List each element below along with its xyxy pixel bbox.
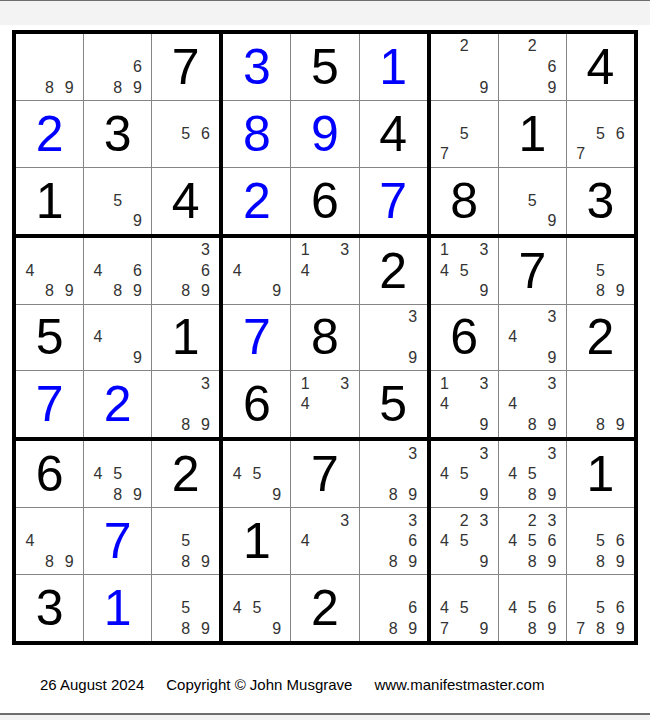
candidate-digit: 6 bbox=[610, 124, 630, 145]
cell-r4c4[interactable]: 49 bbox=[223, 238, 290, 304]
candidate-digit: 6 bbox=[128, 57, 148, 78]
pencil-marks: 13459 bbox=[435, 240, 494, 302]
given-digit: 6 bbox=[16, 441, 83, 507]
candidate-digit: 5 bbox=[522, 531, 542, 552]
candidate-digit: 9 bbox=[128, 348, 148, 369]
cell-r8c8[interactable]: 2345689 bbox=[499, 508, 566, 574]
pencil-marks: 459 bbox=[227, 577, 286, 639]
footer-website[interactable]: www.manifestmaster.com bbox=[374, 676, 544, 693]
box-6: 134597589634921349348989 bbox=[431, 238, 634, 438]
pencil-marks: 3459 bbox=[435, 443, 494, 505]
cell-r3c3[interactable]: 4 bbox=[152, 168, 219, 234]
pencil-marks: 4579 bbox=[435, 577, 494, 639]
given-digit: 1 bbox=[499, 101, 566, 167]
cell-r1c7[interactable]: 29 bbox=[431, 34, 498, 100]
cell-r3c9[interactable]: 3 bbox=[567, 168, 634, 234]
solved-digit: 7 bbox=[84, 508, 151, 574]
candidate-digit: 5 bbox=[176, 124, 196, 145]
candidate-digit: 4 bbox=[503, 531, 523, 552]
cell-r4c7[interactable]: 13459 bbox=[431, 238, 498, 304]
given-digit: 6 bbox=[291, 168, 358, 234]
candidate-digit: 9 bbox=[128, 281, 148, 302]
pencil-marks: 459 bbox=[227, 443, 286, 505]
given-digit: 5 bbox=[291, 34, 358, 100]
candidate-digit: 4 bbox=[295, 531, 315, 552]
candidate-digit: 6 bbox=[542, 598, 562, 619]
candidate-digit: 9 bbox=[403, 348, 423, 369]
box-7: 645892489758931589 bbox=[16, 441, 219, 641]
candidate-digit: 4 bbox=[503, 394, 523, 415]
candidate-digit: 8 bbox=[108, 485, 128, 506]
cell-r9c3[interactable]: 589 bbox=[152, 575, 219, 641]
cell-r9c7[interactable]: 4579 bbox=[431, 575, 498, 641]
candidate-digit: 8 bbox=[383, 485, 403, 506]
box-2: 351894267 bbox=[223, 34, 426, 234]
candidate-digit: 9 bbox=[474, 281, 494, 302]
candidate-digit: 9 bbox=[610, 618, 630, 639]
candidate-digit: 9 bbox=[474, 415, 494, 436]
candidate-digit: 9 bbox=[542, 415, 562, 436]
cell-r2c3[interactable]: 56 bbox=[152, 101, 219, 167]
pencil-marks: 2345689 bbox=[503, 510, 562, 572]
solved-digit: 1 bbox=[84, 575, 151, 641]
cell-r8c1[interactable]: 489 bbox=[16, 508, 83, 574]
cell-r5c9[interactable]: 2 bbox=[567, 305, 634, 371]
pencil-marks: 389 bbox=[156, 373, 215, 435]
solved-digit: 8 bbox=[223, 101, 290, 167]
candidate-digit: 4 bbox=[88, 260, 108, 281]
cell-r9c1[interactable]: 3 bbox=[16, 575, 83, 641]
footer: 26 August 2024 Copyright © John Musgrave… bbox=[40, 671, 610, 697]
candidate-digit: 4 bbox=[295, 260, 315, 281]
pencil-marks: 269 bbox=[503, 36, 562, 98]
cell-r7c3[interactable]: 2 bbox=[152, 441, 219, 507]
cell-r8c9[interactable]: 5689 bbox=[567, 508, 634, 574]
cell-r5c1[interactable]: 5 bbox=[16, 305, 83, 371]
cell-r8c3[interactable]: 589 bbox=[152, 508, 219, 574]
pencil-marks: 589 bbox=[156, 577, 215, 639]
cell-r5c7[interactable]: 6 bbox=[431, 305, 498, 371]
cell-r1c4[interactable]: 3 bbox=[223, 34, 290, 100]
cell-r4c5[interactable]: 134 bbox=[291, 238, 358, 304]
sudoku-board: 8968972356159435189426729269457156785934… bbox=[12, 30, 638, 645]
given-digit: 7 bbox=[152, 34, 219, 100]
candidate-digit: 6 bbox=[196, 124, 216, 145]
candidate-digit: 9 bbox=[267, 485, 287, 506]
cell-r8c2[interactable]: 7 bbox=[84, 508, 151, 574]
candidate-digit: 7 bbox=[435, 618, 455, 639]
pencil-marks: 56 bbox=[156, 103, 215, 165]
solved-digit: 9 bbox=[291, 101, 358, 167]
candidate-digit: 9 bbox=[474, 77, 494, 98]
box-5: 491342783961345 bbox=[223, 238, 426, 438]
cell-r6c1[interactable]: 7 bbox=[16, 371, 83, 437]
cell-r8c7[interactable]: 23459 bbox=[431, 508, 498, 574]
candidate-digit: 3 bbox=[474, 240, 494, 261]
cell-r5c5[interactable]: 8 bbox=[291, 305, 358, 371]
cell-r6c6[interactable]: 5 bbox=[360, 371, 427, 437]
cell-r9c5[interactable]: 2 bbox=[291, 575, 358, 641]
pencil-marks: 59 bbox=[503, 170, 562, 232]
candidate-digit: 9 bbox=[128, 211, 148, 232]
candidate-digit: 9 bbox=[128, 485, 148, 506]
given-digit: 2 bbox=[291, 575, 358, 641]
candidate-digit: 9 bbox=[474, 618, 494, 639]
candidate-digit: 9 bbox=[403, 618, 423, 639]
candidate-digit: 8 bbox=[108, 77, 128, 98]
given-digit: 3 bbox=[16, 575, 83, 641]
solved-digit: 7 bbox=[16, 371, 83, 437]
candidate-digit: 4 bbox=[435, 598, 455, 619]
candidate-digit: 2 bbox=[522, 36, 542, 57]
candidate-digit: 5 bbox=[454, 531, 474, 552]
cell-r7c7[interactable]: 3459 bbox=[431, 441, 498, 507]
pencil-marks: 349 bbox=[503, 307, 562, 369]
cell-r5c4[interactable]: 7 bbox=[223, 305, 290, 371]
cell-r6c3[interactable]: 389 bbox=[152, 371, 219, 437]
pencil-marks: 689 bbox=[364, 577, 423, 639]
cell-r4c3[interactable]: 3689 bbox=[152, 238, 219, 304]
pencil-marks: 4589 bbox=[88, 443, 147, 505]
candidate-digit: 5 bbox=[454, 598, 474, 619]
candidate-digit: 9 bbox=[267, 618, 287, 639]
box-8: 459738913436894592689 bbox=[223, 441, 426, 641]
candidate-digit: 4 bbox=[503, 327, 523, 348]
candidate-digit: 6 bbox=[542, 531, 562, 552]
candidate-digit: 6 bbox=[196, 260, 216, 281]
page-bottom-margin bbox=[0, 713, 650, 720]
candidate-digit: 9 bbox=[610, 281, 630, 302]
pencil-marks: 29 bbox=[435, 36, 494, 98]
candidate-digit: 3 bbox=[403, 443, 423, 464]
candidate-digit: 9 bbox=[196, 281, 216, 302]
cell-r4c1[interactable]: 489 bbox=[16, 238, 83, 304]
candidate-digit: 8 bbox=[40, 551, 60, 572]
candidate-digit: 8 bbox=[176, 281, 196, 302]
given-digit: 4 bbox=[567, 34, 634, 100]
candidate-digit: 5 bbox=[591, 531, 611, 552]
cell-r3c4[interactable]: 2 bbox=[223, 168, 290, 234]
cell-r5c6[interactable]: 39 bbox=[360, 305, 427, 371]
candidate-digit: 8 bbox=[108, 281, 128, 302]
candidate-digit: 9 bbox=[610, 415, 630, 436]
cell-r1c3[interactable]: 7 bbox=[152, 34, 219, 100]
candidate-digit: 9 bbox=[403, 485, 423, 506]
cell-r2c1[interactable]: 2 bbox=[16, 101, 83, 167]
candidate-digit: 8 bbox=[176, 551, 196, 572]
solved-digit: 2 bbox=[16, 101, 83, 167]
candidate-digit: 3 bbox=[335, 510, 355, 531]
candidate-digit: 3 bbox=[403, 510, 423, 531]
cell-r6c2[interactable]: 2 bbox=[84, 371, 151, 437]
cell-r2c7[interactable]: 57 bbox=[431, 101, 498, 167]
given-digit: 1 bbox=[567, 441, 634, 507]
cell-r2c2[interactable]: 3 bbox=[84, 101, 151, 167]
given-digit: 2 bbox=[360, 238, 427, 304]
candidate-digit: 3 bbox=[335, 240, 355, 261]
candidate-digit: 4 bbox=[295, 394, 315, 415]
pencil-marks: 49 bbox=[88, 307, 147, 369]
pencil-marks: 134 bbox=[295, 373, 354, 435]
cell-r3c7[interactable]: 8 bbox=[431, 168, 498, 234]
given-digit: 3 bbox=[84, 101, 151, 167]
pencil-marks: 3489 bbox=[503, 373, 562, 435]
candidate-digit: 4 bbox=[227, 464, 247, 485]
candidate-digit: 9 bbox=[196, 415, 216, 436]
cell-r8c5[interactable]: 34 bbox=[291, 508, 358, 574]
given-digit: 6 bbox=[223, 371, 290, 437]
solved-digit: 3 bbox=[223, 34, 290, 100]
candidate-digit: 9 bbox=[474, 551, 494, 572]
cell-r9c9[interactable]: 56789 bbox=[567, 575, 634, 641]
candidate-digit: 5 bbox=[454, 260, 474, 281]
candidate-digit: 1 bbox=[435, 240, 455, 261]
candidate-digit: 8 bbox=[591, 551, 611, 572]
cell-r9c6[interactable]: 689 bbox=[360, 575, 427, 641]
cell-r2c8[interactable]: 1 bbox=[499, 101, 566, 167]
candidate-digit: 4 bbox=[435, 531, 455, 552]
candidate-digit: 8 bbox=[176, 618, 196, 639]
candidate-digit: 5 bbox=[522, 464, 542, 485]
pencil-marks: 23459 bbox=[435, 510, 494, 572]
candidate-digit: 5 bbox=[454, 464, 474, 485]
candidate-digit: 4 bbox=[503, 464, 523, 485]
cell-r4c2[interactable]: 4689 bbox=[84, 238, 151, 304]
cell-r1c9[interactable]: 4 bbox=[567, 34, 634, 100]
box-4: 48946893689549172389 bbox=[16, 238, 219, 438]
candidate-digit: 3 bbox=[335, 373, 355, 394]
candidate-digit: 3 bbox=[542, 373, 562, 394]
cell-r3c5[interactable]: 6 bbox=[291, 168, 358, 234]
candidate-digit: 2 bbox=[522, 510, 542, 531]
candidate-digit: 8 bbox=[522, 415, 542, 436]
pencil-marks: 56789 bbox=[571, 577, 630, 639]
candidate-digit: 9 bbox=[196, 618, 216, 639]
cell-r1c1[interactable]: 89 bbox=[16, 34, 83, 100]
given-digit: 5 bbox=[360, 371, 427, 437]
candidate-digit: 9 bbox=[542, 77, 562, 98]
candidate-digit: 8 bbox=[522, 551, 542, 572]
candidate-digit: 3 bbox=[474, 443, 494, 464]
candidate-digit: 5 bbox=[247, 464, 267, 485]
candidate-digit: 5 bbox=[176, 531, 196, 552]
candidate-digit: 8 bbox=[383, 618, 403, 639]
candidate-digit: 9 bbox=[267, 281, 287, 302]
pencil-marks: 3689 bbox=[156, 240, 215, 302]
candidate-digit: 4 bbox=[435, 394, 455, 415]
candidate-digit: 5 bbox=[454, 124, 474, 145]
candidate-digit: 1 bbox=[295, 373, 315, 394]
candidate-digit: 3 bbox=[474, 373, 494, 394]
candidate-digit: 8 bbox=[40, 281, 60, 302]
given-digit: 1 bbox=[16, 168, 83, 234]
cell-r2c5[interactable]: 9 bbox=[291, 101, 358, 167]
candidate-digit: 3 bbox=[196, 373, 216, 394]
pencil-marks: 34589 bbox=[503, 443, 562, 505]
given-digit: 1 bbox=[223, 508, 290, 574]
candidate-digit: 8 bbox=[40, 77, 60, 98]
candidate-digit: 3 bbox=[403, 307, 423, 328]
pencil-marks: 389 bbox=[364, 443, 423, 505]
cell-r4c9[interactable]: 589 bbox=[567, 238, 634, 304]
candidate-digit: 4 bbox=[435, 464, 455, 485]
cell-r4c8[interactable]: 7 bbox=[499, 238, 566, 304]
cell-r5c3[interactable]: 1 bbox=[152, 305, 219, 371]
candidate-digit: 3 bbox=[474, 510, 494, 531]
cell-r2c6[interactable]: 4 bbox=[360, 101, 427, 167]
candidate-digit: 8 bbox=[591, 281, 611, 302]
candidate-digit: 6 bbox=[403, 598, 423, 619]
candidate-digit: 9 bbox=[542, 551, 562, 572]
solved-digit: 2 bbox=[84, 371, 151, 437]
cell-r1c6[interactable]: 1 bbox=[360, 34, 427, 100]
pencil-marks: 589 bbox=[156, 510, 215, 572]
footer-copyright: Copyright © John Musgrave bbox=[166, 676, 352, 693]
given-digit: 4 bbox=[152, 168, 219, 234]
given-digit: 1 bbox=[152, 305, 219, 371]
cell-r9c8[interactable]: 45689 bbox=[499, 575, 566, 641]
solved-digit: 7 bbox=[360, 168, 427, 234]
candidate-digit: 5 bbox=[522, 190, 542, 211]
candidate-digit: 3 bbox=[542, 510, 562, 531]
solved-digit: 7 bbox=[223, 305, 290, 371]
candidate-digit: 8 bbox=[591, 415, 611, 436]
candidate-digit: 4 bbox=[88, 464, 108, 485]
cell-r3c1[interactable]: 1 bbox=[16, 168, 83, 234]
candidate-digit: 9 bbox=[59, 551, 79, 572]
cell-r6c4[interactable]: 6 bbox=[223, 371, 290, 437]
box-1: 89689723561594 bbox=[16, 34, 219, 234]
candidate-digit: 6 bbox=[403, 531, 423, 552]
cell-r7c1[interactable]: 6 bbox=[16, 441, 83, 507]
cell-r6c9[interactable]: 89 bbox=[567, 371, 634, 437]
cell-r1c2[interactable]: 689 bbox=[84, 34, 151, 100]
candidate-digit: 8 bbox=[383, 551, 403, 572]
box-3: 2926945715678593 bbox=[431, 34, 634, 234]
candidate-digit: 5 bbox=[108, 190, 128, 211]
candidate-digit: 5 bbox=[591, 260, 611, 281]
pencil-marks: 89 bbox=[20, 36, 79, 98]
cell-r3c2[interactable]: 59 bbox=[84, 168, 151, 234]
given-digit: 4 bbox=[360, 101, 427, 167]
cell-r1c5[interactable]: 5 bbox=[291, 34, 358, 100]
pencil-marks: 5689 bbox=[571, 510, 630, 572]
candidate-digit: 1 bbox=[295, 240, 315, 261]
candidate-digit: 4 bbox=[20, 531, 40, 552]
candidate-digit: 4 bbox=[20, 260, 40, 281]
candidate-digit: 5 bbox=[176, 598, 196, 619]
pencil-marks: 59 bbox=[88, 170, 147, 232]
given-digit: 8 bbox=[291, 305, 358, 371]
candidate-digit: 9 bbox=[474, 485, 494, 506]
cell-r6c8[interactable]: 3489 bbox=[499, 371, 566, 437]
pencil-marks: 45689 bbox=[503, 577, 562, 639]
pencil-marks: 1349 bbox=[435, 373, 494, 435]
pencil-marks: 489 bbox=[20, 510, 79, 572]
candidate-digit: 9 bbox=[59, 281, 79, 302]
cell-r3c8[interactable]: 59 bbox=[499, 168, 566, 234]
cell-r9c2[interactable]: 1 bbox=[84, 575, 151, 641]
cell-r2c4[interactable]: 8 bbox=[223, 101, 290, 167]
given-digit: 5 bbox=[16, 305, 83, 371]
pencil-marks: 134 bbox=[295, 240, 354, 302]
candidate-digit: 2 bbox=[454, 510, 474, 531]
candidate-digit: 3 bbox=[542, 307, 562, 328]
pencil-marks: 34 bbox=[295, 510, 354, 572]
cell-r5c8[interactable]: 349 bbox=[499, 305, 566, 371]
candidate-digit: 9 bbox=[542, 348, 562, 369]
candidate-digit: 5 bbox=[591, 124, 611, 145]
candidate-digit: 8 bbox=[522, 618, 542, 639]
cell-r7c5[interactable]: 7 bbox=[291, 441, 358, 507]
cell-r7c9[interactable]: 1 bbox=[567, 441, 634, 507]
pencil-marks: 39 bbox=[364, 307, 423, 369]
candidate-digit: 5 bbox=[108, 464, 128, 485]
candidate-digit: 4 bbox=[435, 260, 455, 281]
given-digit: 7 bbox=[291, 441, 358, 507]
cell-r8c6[interactable]: 3689 bbox=[360, 508, 427, 574]
cell-r2c9[interactable]: 567 bbox=[567, 101, 634, 167]
candidate-digit: 6 bbox=[128, 260, 148, 281]
pencil-marks: 49 bbox=[227, 240, 286, 302]
pencil-marks: 589 bbox=[571, 240, 630, 302]
cell-r7c2[interactable]: 4589 bbox=[84, 441, 151, 507]
cell-r6c5[interactable]: 134 bbox=[291, 371, 358, 437]
page-top-margin bbox=[0, 0, 650, 25]
candidate-digit: 1 bbox=[435, 373, 455, 394]
given-digit: 2 bbox=[152, 441, 219, 507]
cell-r5c2[interactable]: 49 bbox=[84, 305, 151, 371]
candidate-digit: 9 bbox=[542, 211, 562, 232]
candidate-digit: 2 bbox=[454, 36, 474, 57]
candidate-digit: 7 bbox=[435, 144, 455, 165]
candidate-digit: 8 bbox=[176, 415, 196, 436]
pencil-marks: 689 bbox=[88, 36, 147, 98]
pencil-marks: 567 bbox=[571, 103, 630, 165]
cell-r4c6[interactable]: 2 bbox=[360, 238, 427, 304]
candidate-digit: 3 bbox=[542, 443, 562, 464]
candidate-digit: 8 bbox=[522, 485, 542, 506]
candidate-digit: 6 bbox=[610, 531, 630, 552]
cell-r6c7[interactable]: 1349 bbox=[431, 371, 498, 437]
cell-r3c6[interactable]: 7 bbox=[360, 168, 427, 234]
candidate-digit: 4 bbox=[227, 598, 247, 619]
candidate-digit: 8 bbox=[591, 618, 611, 639]
pencil-marks: 89 bbox=[571, 373, 630, 435]
pencil-marks: 4689 bbox=[88, 240, 147, 302]
candidate-digit: 6 bbox=[542, 57, 562, 78]
candidate-digit: 5 bbox=[247, 598, 267, 619]
cell-r8c4[interactable]: 1 bbox=[223, 508, 290, 574]
candidate-digit: 9 bbox=[196, 551, 216, 572]
pencil-marks: 3689 bbox=[364, 510, 423, 572]
candidate-digit: 9 bbox=[542, 618, 562, 639]
candidate-digit: 9 bbox=[610, 551, 630, 572]
candidate-digit: 9 bbox=[542, 485, 562, 506]
cell-r9c4[interactable]: 459 bbox=[223, 575, 290, 641]
given-digit: 8 bbox=[431, 168, 498, 234]
cell-r1c8[interactable]: 269 bbox=[499, 34, 566, 100]
given-digit: 7 bbox=[499, 238, 566, 304]
cell-r7c4[interactable]: 459 bbox=[223, 441, 290, 507]
cell-r7c6[interactable]: 389 bbox=[360, 441, 427, 507]
candidate-digit: 4 bbox=[503, 598, 523, 619]
candidate-digit: 9 bbox=[128, 77, 148, 98]
candidate-digit: 5 bbox=[522, 598, 542, 619]
given-digit: 3 bbox=[567, 168, 634, 234]
box-9: 3459345891234592345689568945794568956789 bbox=[431, 441, 634, 641]
cell-r7c8[interactable]: 34589 bbox=[499, 441, 566, 507]
